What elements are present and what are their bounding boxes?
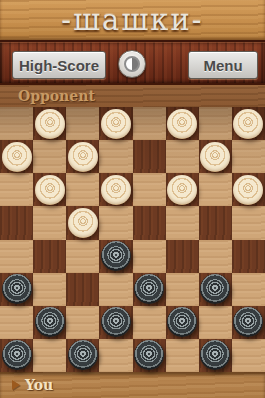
square-e5[interactable] — [133, 206, 166, 239]
checkers-board — [0, 107, 265, 372]
square-f8[interactable] — [166, 107, 199, 140]
square-b6[interactable] — [33, 173, 66, 206]
square-c6 — [66, 173, 99, 206]
square-a5[interactable] — [0, 206, 33, 239]
black-piece-a1[interactable] — [2, 340, 32, 370]
opponent-label: Opponent — [18, 85, 95, 107]
opponent-strip: Opponent — [0, 85, 265, 107]
square-c4 — [66, 240, 99, 273]
square-e8 — [133, 107, 166, 140]
square-c2 — [66, 306, 99, 339]
white-piece-b8[interactable] — [35, 109, 65, 139]
square-d3 — [99, 273, 132, 306]
white-piece-g7[interactable] — [200, 142, 230, 172]
square-h7 — [232, 140, 265, 173]
square-b8[interactable] — [33, 107, 66, 140]
square-g1[interactable] — [199, 339, 232, 372]
square-e7[interactable] — [133, 140, 166, 173]
square-c8 — [66, 107, 99, 140]
square-f7 — [166, 140, 199, 173]
black-piece-g3[interactable] — [200, 274, 230, 304]
square-a8 — [0, 107, 33, 140]
timer-icon — [124, 56, 140, 72]
square-e3[interactable] — [133, 273, 166, 306]
title-bar: -шашки- — [0, 0, 265, 40]
black-piece-e1[interactable] — [134, 340, 164, 370]
black-piece-g1[interactable] — [200, 340, 230, 370]
black-piece-d4[interactable] — [101, 241, 131, 271]
square-f6[interactable] — [166, 173, 199, 206]
black-piece-e3[interactable] — [134, 274, 164, 304]
square-g7[interactable] — [199, 140, 232, 173]
you-label: You — [25, 372, 53, 398]
square-c5[interactable] — [66, 206, 99, 239]
toolbar: High-Score Menu — [0, 40, 265, 85]
square-h6[interactable] — [232, 173, 265, 206]
square-b5 — [33, 206, 66, 239]
white-piece-a7[interactable] — [2, 142, 32, 172]
square-h5 — [232, 206, 265, 239]
turn-arrow-icon — [12, 380, 20, 390]
square-g4 — [199, 240, 232, 273]
white-piece-h6[interactable] — [233, 175, 263, 205]
square-b7 — [33, 140, 66, 173]
white-piece-f8[interactable] — [167, 109, 197, 139]
square-h2[interactable] — [232, 306, 265, 339]
square-d4[interactable] — [99, 240, 132, 273]
square-f3 — [166, 273, 199, 306]
black-piece-d2[interactable] — [101, 307, 131, 337]
square-g3[interactable] — [199, 273, 232, 306]
square-d6[interactable] — [99, 173, 132, 206]
square-b1 — [33, 339, 66, 372]
square-e2 — [133, 306, 166, 339]
you-strip: You — [0, 372, 265, 398]
square-h4[interactable] — [232, 240, 265, 273]
square-h1 — [232, 339, 265, 372]
black-piece-a3[interactable] — [2, 274, 32, 304]
square-d1 — [99, 339, 132, 372]
square-d7 — [99, 140, 132, 173]
white-piece-f6[interactable] — [167, 175, 197, 205]
square-e1[interactable] — [133, 339, 166, 372]
square-g8 — [199, 107, 232, 140]
square-a4 — [0, 240, 33, 273]
square-h3 — [232, 273, 265, 306]
square-f2[interactable] — [166, 306, 199, 339]
menu-button[interactable]: Menu — [188, 51, 258, 79]
white-piece-c5[interactable] — [68, 208, 98, 238]
square-f1 — [166, 339, 199, 372]
square-b2[interactable] — [33, 306, 66, 339]
square-c3[interactable] — [66, 273, 99, 306]
square-e4 — [133, 240, 166, 273]
square-b4[interactable] — [33, 240, 66, 273]
black-piece-h2[interactable] — [233, 307, 263, 337]
square-a1[interactable] — [0, 339, 33, 372]
square-b3 — [33, 273, 66, 306]
square-a6 — [0, 173, 33, 206]
white-piece-b6[interactable] — [35, 175, 65, 205]
white-piece-h8[interactable] — [233, 109, 263, 139]
square-g2 — [199, 306, 232, 339]
app-title: -шашки- — [61, 0, 203, 40]
square-c7[interactable] — [66, 140, 99, 173]
white-piece-d8[interactable] — [101, 109, 131, 139]
square-g6 — [199, 173, 232, 206]
square-h8[interactable] — [232, 107, 265, 140]
square-d2[interactable] — [99, 306, 132, 339]
black-piece-c1[interactable] — [68, 340, 98, 370]
white-piece-c7[interactable] — [68, 142, 98, 172]
square-d8[interactable] — [99, 107, 132, 140]
square-f5 — [166, 206, 199, 239]
black-piece-f2[interactable] — [167, 307, 197, 337]
square-c1[interactable] — [66, 339, 99, 372]
square-a3[interactable] — [0, 273, 33, 306]
high-score-button[interactable]: High-Score — [12, 51, 106, 79]
app-window: -шашки- High-Score Menu Opponent You — [0, 0, 265, 398]
square-a2 — [0, 306, 33, 339]
square-g5[interactable] — [199, 206, 232, 239]
timer-button[interactable] — [118, 50, 146, 78]
square-e6 — [133, 173, 166, 206]
black-piece-b2[interactable] — [35, 307, 65, 337]
square-d5 — [99, 206, 132, 239]
square-a7[interactable] — [0, 140, 33, 173]
square-f4[interactable] — [166, 240, 199, 273]
white-piece-d6[interactable] — [101, 175, 131, 205]
